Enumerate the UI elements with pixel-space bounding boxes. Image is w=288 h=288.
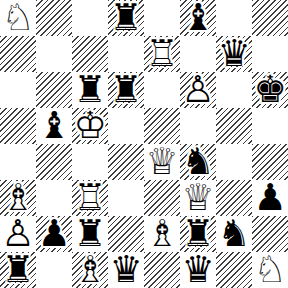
square-h1[interactable]: ♞♘ <box>252 252 288 288</box>
piece-black-rook: ♜ <box>72 72 108 108</box>
square-f3[interactable]: ♛♕ <box>180 180 216 216</box>
square-a6[interactable] <box>0 72 36 108</box>
chess-board: ♞♘♜♜♝♝♜♖♛♛♜♜♜♜♟♙♚♚♝♝♚♔♛♕♞♞♝♗♜♖♛♕♟♟♟♙♟♟♜♜… <box>0 0 288 288</box>
square-e2[interactable]: ♝♗ <box>144 216 180 252</box>
square-f6[interactable]: ♟♙ <box>180 72 216 108</box>
piece-black-bishop: ♝ <box>180 0 216 36</box>
piece-halo-white-pawn: ♟ <box>180 72 216 108</box>
square-b1[interactable] <box>36 252 72 288</box>
piece-black-queen: ♛ <box>216 36 252 72</box>
square-a3[interactable]: ♝♗ <box>0 180 36 216</box>
piece-black-rook: ♜ <box>108 72 144 108</box>
square-d4[interactable] <box>108 144 144 180</box>
square-a4[interactable] <box>0 144 36 180</box>
piece-halo-white-bishop: ♝ <box>144 216 180 252</box>
piece-black-queen: ♛ <box>180 252 216 288</box>
piece-white-bishop: ♗ <box>144 216 180 252</box>
square-b3[interactable] <box>36 180 72 216</box>
square-c1[interactable]: ♝♗ <box>72 252 108 288</box>
piece-black-bishop: ♝ <box>36 108 72 144</box>
piece-halo-black-king: ♚ <box>252 72 288 108</box>
square-f1[interactable]: ♛♛ <box>180 252 216 288</box>
square-g1[interactable] <box>216 252 252 288</box>
piece-halo-black-bishop: ♝ <box>180 0 216 36</box>
square-a8[interactable]: ♞♘ <box>0 0 36 36</box>
piece-white-knight: ♘ <box>0 0 36 36</box>
square-h2[interactable] <box>252 216 288 252</box>
piece-halo-black-rook: ♜ <box>0 252 36 288</box>
square-h6[interactable]: ♚♚ <box>252 72 288 108</box>
square-d2[interactable] <box>108 216 144 252</box>
square-c2[interactable]: ♜♜ <box>72 216 108 252</box>
square-e5[interactable] <box>144 108 180 144</box>
square-a7[interactable] <box>0 36 36 72</box>
piece-white-pawn: ♙ <box>180 72 216 108</box>
square-h8[interactable] <box>252 0 288 36</box>
square-h7[interactable] <box>252 36 288 72</box>
square-b8[interactable] <box>36 0 72 36</box>
square-d7[interactable] <box>108 36 144 72</box>
piece-white-knight: ♘ <box>252 252 288 288</box>
piece-halo-black-rook: ♜ <box>72 216 108 252</box>
square-a5[interactable] <box>0 108 36 144</box>
square-b5[interactable]: ♝♝ <box>36 108 72 144</box>
piece-halo-white-rook: ♜ <box>72 180 108 216</box>
piece-black-rook: ♜ <box>72 216 108 252</box>
square-f4[interactable]: ♞♞ <box>180 144 216 180</box>
square-h5[interactable] <box>252 108 288 144</box>
piece-halo-black-bishop: ♝ <box>36 108 72 144</box>
square-e7[interactable]: ♜♖ <box>144 36 180 72</box>
piece-halo-black-knight: ♞ <box>180 144 216 180</box>
piece-white-queen: ♕ <box>144 144 180 180</box>
square-f7[interactable] <box>180 36 216 72</box>
piece-halo-white-king: ♚ <box>72 108 108 144</box>
piece-halo-white-pawn: ♟ <box>0 216 36 252</box>
square-e6[interactable] <box>144 72 180 108</box>
piece-black-knight: ♞ <box>180 144 216 180</box>
square-b6[interactable] <box>36 72 72 108</box>
square-f2[interactable]: ♜♜ <box>180 216 216 252</box>
piece-halo-black-knight: ♞ <box>216 216 252 252</box>
piece-halo-black-pawn: ♟ <box>252 180 288 216</box>
piece-halo-white-knight: ♞ <box>252 252 288 288</box>
piece-white-bishop: ♗ <box>0 180 36 216</box>
piece-halo-black-rook: ♜ <box>72 72 108 108</box>
piece-white-rook: ♖ <box>144 36 180 72</box>
piece-halo-white-rook: ♜ <box>144 36 180 72</box>
piece-black-rook: ♜ <box>108 0 144 36</box>
square-g6[interactable] <box>216 72 252 108</box>
square-d8[interactable]: ♜♜ <box>108 0 144 36</box>
piece-black-knight: ♞ <box>216 216 252 252</box>
piece-white-bishop: ♗ <box>72 252 108 288</box>
square-e8[interactable] <box>144 0 180 36</box>
square-g5[interactable] <box>216 108 252 144</box>
square-b7[interactable] <box>36 36 72 72</box>
square-e3[interactable] <box>144 180 180 216</box>
square-c7[interactable] <box>72 36 108 72</box>
piece-white-rook: ♖ <box>72 180 108 216</box>
square-f8[interactable]: ♝♝ <box>180 0 216 36</box>
piece-halo-white-knight: ♞ <box>0 0 36 36</box>
square-d1[interactable]: ♛♛ <box>108 252 144 288</box>
square-g7[interactable]: ♛♛ <box>216 36 252 72</box>
square-h4[interactable] <box>252 144 288 180</box>
piece-black-pawn: ♟ <box>252 180 288 216</box>
piece-halo-white-queen: ♛ <box>144 144 180 180</box>
square-a1[interactable]: ♜♜ <box>0 252 36 288</box>
piece-black-pawn: ♟ <box>36 216 72 252</box>
square-e1[interactable] <box>144 252 180 288</box>
square-e4[interactable]: ♛♕ <box>144 144 180 180</box>
piece-black-rook: ♜ <box>180 216 216 252</box>
piece-black-rook: ♜ <box>0 252 36 288</box>
piece-halo-black-rook: ♜ <box>108 0 144 36</box>
piece-halo-black-queen: ♛ <box>180 252 216 288</box>
square-c5[interactable]: ♚♔ <box>72 108 108 144</box>
piece-halo-black-queen: ♛ <box>108 252 144 288</box>
square-b2[interactable]: ♟♟ <box>36 216 72 252</box>
piece-white-queen: ♕ <box>180 180 216 216</box>
square-c6[interactable]: ♜♜ <box>72 72 108 108</box>
piece-halo-white-bishop: ♝ <box>72 252 108 288</box>
piece-halo-black-rook: ♜ <box>108 72 144 108</box>
square-g2[interactable]: ♞♞ <box>216 216 252 252</box>
square-d5[interactable] <box>108 108 144 144</box>
square-f5[interactable] <box>180 108 216 144</box>
square-c8[interactable] <box>72 0 108 36</box>
square-d3[interactable] <box>108 180 144 216</box>
piece-white-pawn: ♙ <box>0 216 36 252</box>
piece-halo-white-bishop: ♝ <box>0 180 36 216</box>
square-c3[interactable]: ♜♖ <box>72 180 108 216</box>
square-g3[interactable] <box>216 180 252 216</box>
square-c4[interactable] <box>72 144 108 180</box>
piece-black-king: ♚ <box>252 72 288 108</box>
piece-halo-black-queen: ♛ <box>216 36 252 72</box>
square-h3[interactable]: ♟♟ <box>252 180 288 216</box>
piece-black-queen: ♛ <box>108 252 144 288</box>
square-d6[interactable]: ♜♜ <box>108 72 144 108</box>
square-b4[interactable] <box>36 144 72 180</box>
piece-halo-white-queen: ♛ <box>180 180 216 216</box>
square-g4[interactable] <box>216 144 252 180</box>
piece-white-king: ♔ <box>72 108 108 144</box>
piece-halo-black-rook: ♜ <box>180 216 216 252</box>
piece-halo-black-pawn: ♟ <box>36 216 72 252</box>
square-g8[interactable] <box>216 0 252 36</box>
square-a2[interactable]: ♟♙ <box>0 216 36 252</box>
